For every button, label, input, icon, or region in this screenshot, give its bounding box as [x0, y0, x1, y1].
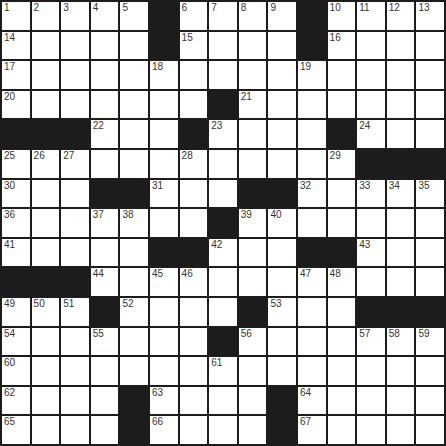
- clue-number: 31: [152, 181, 163, 191]
- white-cell[interactable]: 38: [120, 209, 148, 237]
- white-cell[interactable]: [239, 120, 267, 148]
- white-cell[interactable]: [32, 357, 60, 385]
- white-cell[interactable]: [180, 209, 208, 237]
- clue-number: 30: [4, 181, 15, 191]
- white-cell[interactable]: [32, 180, 60, 208]
- clue-number: 2: [34, 3, 40, 13]
- white-cell[interactable]: [61, 32, 89, 60]
- black-cell: [209, 209, 237, 237]
- clue-number: 18: [152, 62, 163, 72]
- white-cell[interactable]: [328, 61, 356, 89]
- clue-number: 14: [4, 33, 15, 43]
- white-cell[interactable]: 51: [61, 298, 89, 326]
- black-cell: [2, 268, 30, 296]
- white-cell[interactable]: 30: [2, 180, 30, 208]
- black-cell: [61, 120, 89, 148]
- clue-number: 50: [34, 299, 45, 309]
- white-cell[interactable]: 46: [180, 268, 208, 296]
- white-cell[interactable]: [91, 387, 119, 415]
- clue-number: 34: [389, 181, 400, 191]
- white-cell[interactable]: [61, 209, 89, 237]
- white-cell[interactable]: 34: [387, 180, 415, 208]
- white-cell[interactable]: 44: [91, 268, 119, 296]
- white-cell[interactable]: 61: [209, 357, 237, 385]
- white-cell[interactable]: [180, 416, 208, 444]
- white-cell[interactable]: 5: [120, 2, 148, 30]
- white-cell[interactable]: [387, 120, 415, 148]
- black-cell: [150, 239, 178, 267]
- white-cell[interactable]: 39: [239, 209, 267, 237]
- white-cell[interactable]: [91, 150, 119, 178]
- white-cell[interactable]: 47: [298, 268, 326, 296]
- white-cell[interactable]: [32, 91, 60, 119]
- clue-number: 38: [122, 210, 133, 220]
- clue-number: 63: [152, 388, 163, 398]
- black-cell: [91, 298, 119, 326]
- white-cell[interactable]: [32, 239, 60, 267]
- white-cell[interactable]: [416, 268, 444, 296]
- white-cell[interactable]: [91, 239, 119, 267]
- white-cell[interactable]: 42: [209, 239, 237, 267]
- white-cell[interactable]: 6: [180, 2, 208, 30]
- white-cell[interactable]: 17: [2, 61, 30, 89]
- clue-number: 9: [270, 3, 276, 13]
- white-cell[interactable]: 29: [328, 150, 356, 178]
- white-cell[interactable]: 56: [239, 328, 267, 356]
- clue-number: 8: [241, 3, 247, 13]
- white-cell[interactable]: [328, 91, 356, 119]
- black-cell: [268, 387, 296, 415]
- white-cell[interactable]: [32, 328, 60, 356]
- clue-number: 20: [4, 92, 15, 102]
- black-cell: [268, 416, 296, 444]
- clue-number: 26: [34, 151, 45, 161]
- black-cell: [268, 180, 296, 208]
- white-cell[interactable]: [61, 387, 89, 415]
- white-cell[interactable]: [120, 32, 148, 60]
- clue-number: 51: [63, 299, 74, 309]
- white-cell[interactable]: [150, 298, 178, 326]
- white-cell[interactable]: [387, 357, 415, 385]
- clue-number: 27: [63, 151, 74, 161]
- white-cell[interactable]: 31: [150, 180, 178, 208]
- clue-number: 23: [211, 121, 222, 131]
- white-cell[interactable]: [357, 268, 385, 296]
- white-cell[interactable]: [209, 416, 237, 444]
- clue-number: 39: [241, 210, 252, 220]
- white-cell[interactable]: [150, 328, 178, 356]
- clue-number: 5: [122, 3, 128, 13]
- white-cell[interactable]: [32, 416, 60, 444]
- white-cell[interactable]: [239, 150, 267, 178]
- white-cell[interactable]: [61, 61, 89, 89]
- black-cell: [120, 416, 148, 444]
- white-cell[interactable]: [209, 32, 237, 60]
- clue-number: 7: [211, 3, 217, 13]
- white-cell[interactable]: 4: [91, 2, 119, 30]
- white-cell[interactable]: [180, 91, 208, 119]
- clue-number: 65: [4, 417, 15, 427]
- black-cell: [298, 32, 326, 60]
- white-cell[interactable]: [91, 61, 119, 89]
- white-cell[interactable]: [120, 91, 148, 119]
- black-cell: [180, 120, 208, 148]
- white-cell[interactable]: [357, 357, 385, 385]
- black-cell: [91, 180, 119, 208]
- white-cell[interactable]: [416, 32, 444, 60]
- white-cell[interactable]: 8: [239, 2, 267, 30]
- clue-number: 37: [93, 210, 104, 220]
- white-cell[interactable]: [91, 357, 119, 385]
- clue-number: 43: [359, 240, 370, 250]
- white-cell[interactable]: [298, 209, 326, 237]
- white-cell[interactable]: 49: [2, 298, 30, 326]
- white-cell[interactable]: [357, 387, 385, 415]
- white-cell[interactable]: 48: [328, 268, 356, 296]
- white-cell[interactable]: [32, 32, 60, 60]
- clue-number: 54: [4, 329, 15, 339]
- white-cell[interactable]: 24: [357, 120, 385, 148]
- white-cell[interactable]: [387, 32, 415, 60]
- white-cell[interactable]: [239, 357, 267, 385]
- black-cell: [239, 180, 267, 208]
- white-cell[interactable]: [120, 268, 148, 296]
- white-cell[interactable]: [268, 357, 296, 385]
- black-cell: [328, 120, 356, 148]
- white-cell[interactable]: [239, 387, 267, 415]
- white-cell[interactable]: 66: [150, 416, 178, 444]
- clue-number: 24: [359, 121, 370, 131]
- white-cell[interactable]: [268, 61, 296, 89]
- clue-number: 61: [211, 358, 222, 368]
- white-cell[interactable]: 43: [357, 239, 385, 267]
- white-cell[interactable]: [357, 91, 385, 119]
- black-cell: [328, 239, 356, 267]
- clue-number: 59: [418, 329, 429, 339]
- clue-number: 48: [330, 269, 341, 279]
- white-cell[interactable]: [61, 239, 89, 267]
- white-cell[interactable]: 15: [180, 32, 208, 60]
- white-cell[interactable]: 19: [298, 61, 326, 89]
- white-cell[interactable]: 27: [61, 150, 89, 178]
- white-cell[interactable]: 7: [209, 2, 237, 30]
- white-cell[interactable]: 21: [239, 91, 267, 119]
- black-cell: [357, 150, 385, 178]
- white-cell[interactable]: [120, 239, 148, 267]
- clue-number: 13: [418, 3, 429, 13]
- crossword-board: 1234567891011121314151617181920212223242…: [0, 0, 446, 446]
- white-cell[interactable]: [268, 91, 296, 119]
- clue-number: 29: [330, 151, 341, 161]
- white-cell[interactable]: [416, 239, 444, 267]
- white-cell[interactable]: [120, 328, 148, 356]
- white-cell[interactable]: [180, 180, 208, 208]
- clue-number: 1: [4, 3, 10, 13]
- white-cell[interactable]: 37: [91, 209, 119, 237]
- white-cell[interactable]: 26: [32, 150, 60, 178]
- white-cell[interactable]: [268, 268, 296, 296]
- white-cell[interactable]: [387, 387, 415, 415]
- white-cell[interactable]: [268, 32, 296, 60]
- white-cell[interactable]: 3: [61, 2, 89, 30]
- white-cell[interactable]: [209, 180, 237, 208]
- white-cell[interactable]: 41: [2, 239, 30, 267]
- white-cell[interactable]: [416, 357, 444, 385]
- clue-number: 25: [4, 151, 15, 161]
- black-cell: [416, 298, 444, 326]
- white-cell[interactable]: [150, 357, 178, 385]
- clue-number: 22: [93, 121, 104, 131]
- clue-number: 16: [330, 33, 341, 43]
- white-cell[interactable]: 16: [328, 32, 356, 60]
- white-cell[interactable]: [180, 328, 208, 356]
- white-cell[interactable]: [357, 32, 385, 60]
- white-cell[interactable]: 50: [32, 298, 60, 326]
- white-cell[interactable]: 40: [268, 209, 296, 237]
- clue-number: 64: [300, 388, 311, 398]
- white-cell[interactable]: 45: [150, 268, 178, 296]
- white-cell[interactable]: [268, 239, 296, 267]
- white-cell[interactable]: 35: [416, 180, 444, 208]
- white-cell[interactable]: [32, 209, 60, 237]
- white-cell[interactable]: [298, 298, 326, 326]
- black-cell: [239, 298, 267, 326]
- white-cell[interactable]: 13: [416, 2, 444, 30]
- black-cell: [298, 239, 326, 267]
- white-cell[interactable]: 22: [91, 120, 119, 148]
- white-cell[interactable]: [32, 387, 60, 415]
- white-cell[interactable]: 60: [2, 357, 30, 385]
- white-cell[interactable]: [239, 268, 267, 296]
- clue-number: 53: [270, 299, 281, 309]
- clue-number: 58: [389, 329, 400, 339]
- white-cell[interactable]: [61, 180, 89, 208]
- white-cell[interactable]: [150, 150, 178, 178]
- white-cell[interactable]: [328, 357, 356, 385]
- white-cell[interactable]: [180, 357, 208, 385]
- black-cell: [61, 268, 89, 296]
- clue-number: 67: [300, 417, 311, 427]
- white-cell[interactable]: [209, 150, 237, 178]
- white-cell[interactable]: [328, 387, 356, 415]
- clue-number: 33: [359, 181, 370, 191]
- white-cell[interactable]: 2: [32, 2, 60, 30]
- white-cell[interactable]: 10: [328, 2, 356, 30]
- clue-number: 46: [182, 269, 193, 279]
- white-cell[interactable]: 53: [268, 298, 296, 326]
- white-cell[interactable]: 18: [150, 61, 178, 89]
- white-cell[interactable]: 54: [2, 328, 30, 356]
- white-cell[interactable]: [387, 268, 415, 296]
- white-cell[interactable]: [416, 387, 444, 415]
- white-cell[interactable]: [328, 209, 356, 237]
- white-cell[interactable]: [150, 120, 178, 148]
- white-cell[interactable]: 57: [357, 328, 385, 356]
- black-cell: [120, 387, 148, 415]
- white-cell[interactable]: [416, 416, 444, 444]
- clue-number: 41: [4, 240, 15, 250]
- black-cell: [150, 2, 178, 30]
- clue-number: 40: [270, 210, 281, 220]
- clue-number: 56: [241, 329, 252, 339]
- clue-number: 11: [359, 3, 369, 13]
- clue-number: 32: [300, 181, 311, 191]
- white-cell[interactable]: [357, 416, 385, 444]
- white-cell[interactable]: 65: [2, 416, 30, 444]
- white-cell[interactable]: [239, 416, 267, 444]
- white-cell[interactable]: [120, 120, 148, 148]
- white-cell[interactable]: [416, 209, 444, 237]
- white-cell[interactable]: 1: [2, 2, 30, 30]
- white-cell[interactable]: 36: [2, 209, 30, 237]
- white-cell[interactable]: [298, 357, 326, 385]
- white-cell[interactable]: [387, 91, 415, 119]
- white-cell[interactable]: [120, 61, 148, 89]
- white-cell[interactable]: [387, 416, 415, 444]
- white-cell[interactable]: [91, 416, 119, 444]
- white-cell[interactable]: 64: [298, 387, 326, 415]
- white-cell[interactable]: 14: [2, 32, 30, 60]
- clue-number: 10: [330, 3, 341, 13]
- black-cell: [180, 239, 208, 267]
- clue-number: 12: [389, 3, 400, 13]
- white-cell[interactable]: [387, 239, 415, 267]
- white-cell[interactable]: [387, 61, 415, 89]
- white-cell[interactable]: [357, 209, 385, 237]
- white-cell[interactable]: [298, 120, 326, 148]
- clue-number: 52: [122, 299, 133, 309]
- black-cell: [387, 298, 415, 326]
- white-cell[interactable]: 67: [298, 416, 326, 444]
- black-cell: [209, 91, 237, 119]
- black-cell: [357, 298, 385, 326]
- clue-number: 57: [359, 329, 370, 339]
- clue-number: 45: [152, 269, 163, 279]
- clue-number: 49: [4, 299, 15, 309]
- white-cell[interactable]: [61, 328, 89, 356]
- white-cell[interactable]: 28: [180, 150, 208, 178]
- white-cell[interactable]: [180, 387, 208, 415]
- white-cell[interactable]: 59: [416, 328, 444, 356]
- white-cell[interactable]: [328, 180, 356, 208]
- white-cell[interactable]: [32, 61, 60, 89]
- white-cell[interactable]: [328, 328, 356, 356]
- clue-number: 44: [93, 269, 104, 279]
- black-cell: [120, 180, 148, 208]
- clue-number: 35: [418, 181, 429, 191]
- white-cell[interactable]: 11: [357, 2, 385, 30]
- white-cell[interactable]: [180, 61, 208, 89]
- white-cell[interactable]: [357, 61, 385, 89]
- white-cell[interactable]: 33: [357, 180, 385, 208]
- black-cell: [2, 120, 30, 148]
- white-cell[interactable]: [387, 209, 415, 237]
- white-cell[interactable]: [268, 328, 296, 356]
- black-cell: [209, 328, 237, 356]
- clue-number: 47: [300, 269, 311, 279]
- white-cell[interactable]: [239, 61, 267, 89]
- white-cell[interactable]: [239, 32, 267, 60]
- white-cell[interactable]: [328, 298, 356, 326]
- clue-number: 36: [4, 210, 15, 220]
- white-cell[interactable]: [61, 416, 89, 444]
- clue-number: 66: [152, 417, 163, 427]
- white-cell[interactable]: 12: [387, 2, 415, 30]
- clue-number: 28: [182, 151, 193, 161]
- white-cell[interactable]: 9: [268, 2, 296, 30]
- clue-number: 42: [211, 240, 222, 250]
- white-cell[interactable]: 55: [91, 328, 119, 356]
- white-cell[interactable]: [150, 209, 178, 237]
- white-cell[interactable]: [180, 298, 208, 326]
- white-cell[interactable]: [209, 298, 237, 326]
- white-cell[interactable]: 32: [298, 180, 326, 208]
- clue-number: 17: [4, 62, 15, 72]
- white-cell[interactable]: [298, 150, 326, 178]
- white-cell[interactable]: [120, 150, 148, 178]
- white-cell[interactable]: [328, 416, 356, 444]
- white-cell[interactable]: [298, 91, 326, 119]
- white-cell[interactable]: 23: [209, 120, 237, 148]
- white-cell[interactable]: 52: [120, 298, 148, 326]
- black-cell: [150, 32, 178, 60]
- clue-number: 6: [182, 3, 188, 13]
- white-cell[interactable]: 25: [2, 150, 30, 178]
- black-cell: [387, 150, 415, 178]
- white-cell[interactable]: [209, 268, 237, 296]
- clue-number: 3: [63, 3, 69, 13]
- black-cell: [416, 150, 444, 178]
- black-cell: [32, 268, 60, 296]
- white-cell[interactable]: [268, 150, 296, 178]
- white-cell[interactable]: [61, 91, 89, 119]
- white-cell[interactable]: [416, 61, 444, 89]
- clue-number: 19: [300, 62, 311, 72]
- white-cell[interactable]: [150, 91, 178, 119]
- white-cell[interactable]: [91, 91, 119, 119]
- white-cell[interactable]: [120, 357, 148, 385]
- white-cell[interactable]: 63: [150, 387, 178, 415]
- white-cell[interactable]: 20: [2, 91, 30, 119]
- white-cell[interactable]: 62: [2, 387, 30, 415]
- white-cell[interactable]: [239, 239, 267, 267]
- white-cell[interactable]: [416, 91, 444, 119]
- clue-number: 62: [4, 388, 15, 398]
- white-cell[interactable]: [298, 328, 326, 356]
- white-cell[interactable]: [209, 61, 237, 89]
- clue-number: 21: [241, 92, 252, 102]
- clue-number: 55: [93, 329, 104, 339]
- white-cell[interactable]: [61, 357, 89, 385]
- white-cell[interactable]: 58: [387, 328, 415, 356]
- white-cell[interactable]: [91, 32, 119, 60]
- clue-number: 4: [93, 3, 99, 13]
- white-cell[interactable]: [209, 387, 237, 415]
- black-cell: [298, 2, 326, 30]
- black-cell: [32, 120, 60, 148]
- clue-number: 60: [4, 358, 15, 368]
- white-cell[interactable]: [416, 120, 444, 148]
- white-cell[interactable]: [268, 120, 296, 148]
- clue-number: 15: [182, 33, 193, 43]
